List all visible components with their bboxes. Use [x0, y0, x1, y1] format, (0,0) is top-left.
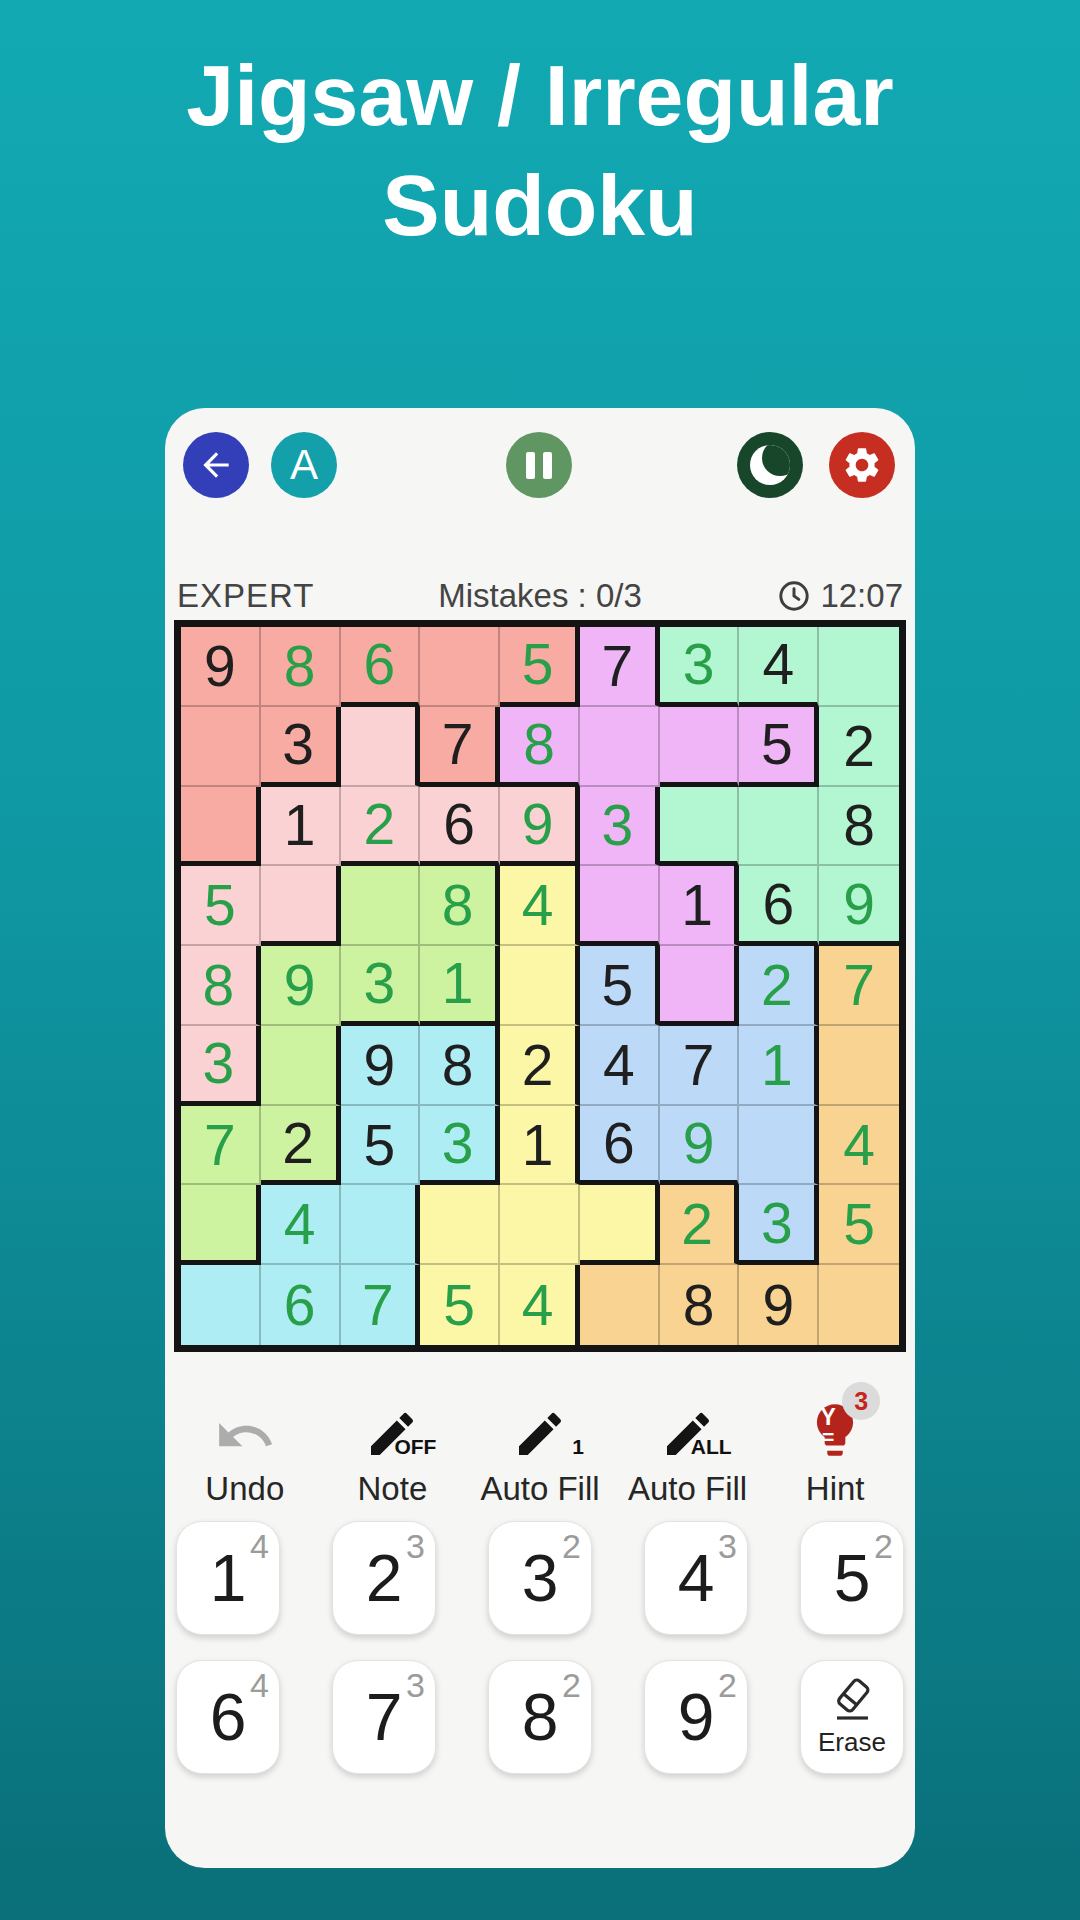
cell-r8c4[interactable]: [420, 1185, 500, 1265]
given-digit: 1: [522, 1112, 554, 1178]
given-digit: 2: [843, 713, 875, 779]
dark-mode-button[interactable]: [737, 432, 803, 498]
undo-button[interactable]: Undo: [171, 1396, 319, 1508]
numkey-7[interactable]: 73: [332, 1660, 436, 1774]
number-pad: 142332435264738292Erase: [176, 1521, 904, 1774]
note-toggle-button[interactable]: OFF Note: [319, 1396, 467, 1508]
cell-r2c4[interactable]: 7: [420, 707, 500, 787]
clock-icon: [777, 579, 811, 613]
entered-digit: 3: [442, 1110, 474, 1176]
given-digit: 5: [364, 1112, 396, 1178]
cell-r2c2[interactable]: 3: [261, 707, 341, 787]
screen: Jigsaw / Irregular Sudoku A: [0, 0, 1080, 1920]
back-button[interactable]: [183, 432, 249, 498]
app-title: Jigsaw / Irregular Sudoku: [0, 40, 1080, 260]
cell-r3c9[interactable]: 8: [819, 787, 899, 867]
given-digit: 4: [762, 631, 794, 697]
cell-r5c8[interactable]: 2: [739, 946, 819, 1026]
gear-icon: [841, 444, 883, 486]
autofill-all-button[interactable]: ALL Auto Fill: [614, 1396, 762, 1508]
given-digit: 2: [282, 1110, 314, 1176]
note-state-label: OFF: [394, 1435, 436, 1459]
cell-r7c5[interactable]: 1: [500, 1106, 580, 1186]
entered-digit: 9: [843, 871, 875, 937]
given-digit: 9: [204, 633, 236, 699]
entered-digit: 6: [364, 631, 396, 697]
cell-r4c1[interactable]: 5: [181, 866, 261, 946]
numkey-remaining-count: 2: [562, 1527, 581, 1566]
entered-digit: 5: [204, 872, 236, 938]
app-title-line1: Jigsaw / Irregular: [0, 40, 1080, 150]
numkey-3[interactable]: 32: [488, 1521, 592, 1635]
cell-r9c7[interactable]: 8: [660, 1265, 740, 1345]
back-arrow-icon: [197, 446, 235, 484]
numpad-row: 1423324352: [176, 1521, 904, 1635]
cell-r7c2[interactable]: 2: [261, 1106, 341, 1186]
cell-r5c4[interactable]: 1: [420, 946, 500, 1026]
undo-icon: [214, 1410, 276, 1462]
cell-r1c6[interactable]: 7: [580, 627, 660, 707]
cell-r9c4[interactable]: 5: [420, 1265, 500, 1345]
undo-label: Undo: [205, 1470, 284, 1508]
status-bar: EXPERT Mistakes : 0/3 12:07: [177, 574, 903, 618]
cell-r6c7[interactable]: 7: [660, 1026, 740, 1106]
cell-r7c9[interactable]: 4: [819, 1106, 899, 1186]
cell-r1c4[interactable]: [420, 627, 500, 707]
entered-digit: 8: [203, 952, 235, 1018]
moon-icon: [750, 445, 790, 485]
topbar: A: [183, 432, 895, 500]
cell-r7c6[interactable]: 6: [580, 1106, 660, 1186]
cell-r9c2[interactable]: 6: [261, 1265, 341, 1345]
numkey-remaining-count: 2: [718, 1666, 737, 1705]
numkey-8[interactable]: 82: [488, 1660, 592, 1774]
cell-r7c8[interactable]: [739, 1106, 819, 1186]
cell-r6c3[interactable]: 9: [341, 1026, 421, 1106]
numkey-4[interactable]: 43: [644, 1521, 748, 1635]
entered-digit: 5: [443, 1272, 475, 1338]
cell-r2c6[interactable]: [580, 707, 660, 787]
letter-a-button[interactable]: A: [271, 432, 337, 498]
cell-r1c5[interactable]: 5: [500, 627, 580, 707]
entered-digit: 8: [284, 633, 316, 699]
given-digit: 5: [601, 952, 633, 1018]
cell-r9c5[interactable]: 4: [500, 1265, 580, 1345]
cell-r7c3[interactable]: 5: [341, 1106, 421, 1186]
numkey-remaining-count: 3: [406, 1527, 425, 1566]
given-digit: 6: [762, 871, 794, 937]
cell-r2c9[interactable]: 2: [819, 707, 899, 787]
given-digit: 7: [442, 711, 474, 777]
cell-r2c7[interactable]: [660, 707, 740, 787]
entered-digit: 2: [681, 1191, 713, 1257]
cell-r1c9[interactable]: [819, 627, 899, 707]
entered-digit: 3: [683, 631, 715, 697]
cell-r3c7[interactable]: [660, 787, 740, 867]
given-digit: 1: [681, 872, 713, 938]
cell-r9c3[interactable]: 7: [341, 1265, 421, 1345]
autofill-one-label: Auto Fill: [480, 1470, 599, 1508]
cell-r1c3[interactable]: 6: [341, 627, 421, 707]
letter-a-label: A: [290, 441, 318, 489]
numkey-digit: 3: [522, 1540, 559, 1616]
cell-r9c9[interactable]: [819, 1265, 899, 1345]
erase-button[interactable]: Erase: [800, 1660, 904, 1774]
autofill-all-sub: ALL: [691, 1435, 732, 1459]
numkey-digit: 4: [678, 1540, 715, 1616]
entered-digit: 4: [284, 1191, 316, 1257]
cell-r9c6[interactable]: [580, 1265, 660, 1345]
cell-r1c8[interactable]: 4: [739, 627, 819, 707]
given-digit: 6: [443, 791, 475, 857]
numkey-remaining-count: 3: [406, 1666, 425, 1705]
given-digit: 1: [284, 792, 316, 858]
numkey-1[interactable]: 14: [176, 1521, 280, 1635]
numkey-remaining-count: 3: [718, 1527, 737, 1566]
entered-digit: 9: [284, 952, 316, 1018]
cell-r4c3[interactable]: [341, 866, 421, 946]
note-label: Note: [358, 1470, 428, 1508]
cell-r1c2[interactable]: 8: [261, 627, 341, 707]
entered-digit: 4: [522, 1272, 554, 1338]
autofill-one-sub: 1: [572, 1435, 584, 1459]
cell-r3c1[interactable]: [181, 787, 261, 867]
cell-r3c8[interactable]: [739, 787, 819, 867]
entered-digit: 3: [203, 1030, 235, 1096]
given-digit: 8: [843, 792, 875, 858]
cell-r6c8[interactable]: 1: [739, 1026, 819, 1106]
entered-digit: 3: [601, 792, 633, 858]
numkey-digit: 7: [366, 1679, 403, 1755]
timer-label: 12:07: [820, 577, 903, 615]
cell-r8c5[interactable]: [500, 1185, 580, 1265]
entered-digit: 4: [522, 872, 554, 938]
cell-r6c6[interactable]: 4: [580, 1026, 660, 1106]
cell-r5c9[interactable]: 7: [819, 946, 899, 1026]
cell-r6c4[interactable]: 8: [420, 1026, 500, 1106]
numkey-digit: 5: [834, 1540, 871, 1616]
sudoku-board: 9865734378521269385841698931527398247172…: [174, 620, 906, 1352]
cell-r8c9[interactable]: 5: [819, 1185, 899, 1265]
autofill-one-button[interactable]: 1 Auto Fill: [466, 1396, 614, 1508]
entered-digit: 8: [442, 872, 474, 938]
entered-digit: 1: [442, 950, 474, 1016]
toolbar: Undo OFF Note 1 Auto Fill: [171, 1396, 909, 1508]
entered-digit: 2: [364, 791, 396, 857]
cell-r6c1[interactable]: 3: [181, 1026, 261, 1106]
entered-digit: 5: [522, 631, 554, 697]
given-digit: 6: [603, 1110, 635, 1176]
cell-r6c9[interactable]: [819, 1026, 899, 1106]
numkey-digit: 6: [210, 1679, 247, 1755]
cell-r5c3[interactable]: 3: [341, 946, 421, 1026]
cell-r7c7[interactable]: 9: [660, 1106, 740, 1186]
cell-r9c8[interactable]: 9: [739, 1265, 819, 1345]
hint-count-badge: 3: [842, 1382, 880, 1420]
cell-r5c6[interactable]: 5: [580, 946, 660, 1026]
cell-r2c1[interactable]: [181, 707, 261, 787]
pause-icon: [526, 452, 552, 479]
numkey-5[interactable]: 52: [800, 1521, 904, 1635]
numkey-digit: 8: [522, 1679, 559, 1755]
cell-r3c2[interactable]: 1: [261, 787, 341, 867]
entered-digit: 3: [364, 950, 396, 1016]
given-digit: 8: [442, 1032, 474, 1098]
entered-digit: 4: [843, 1112, 875, 1178]
cell-r4c9[interactable]: 9: [819, 866, 899, 946]
cell-r7c1[interactable]: 7: [181, 1106, 261, 1186]
cell-r4c6[interactable]: [580, 866, 660, 946]
game-card: A EXPERT Mistakes : 0/3 12:07: [165, 408, 915, 1868]
cell-r5c7[interactable]: [660, 946, 740, 1026]
numkey-remaining-count: 2: [562, 1666, 581, 1705]
entered-digit: 9: [683, 1110, 715, 1176]
given-digit: 9: [762, 1272, 794, 1338]
cell-r5c1[interactable]: 8: [181, 946, 261, 1026]
given-digit: 5: [761, 711, 793, 777]
cell-r8c8[interactable]: 3: [739, 1185, 819, 1265]
erase-label: Erase: [818, 1727, 886, 1758]
numkey-digit: 9: [678, 1679, 715, 1755]
autofill-all-label: Auto Fill: [628, 1470, 747, 1508]
settings-button[interactable]: [829, 432, 895, 498]
given-digit: 4: [603, 1032, 635, 1098]
given-digit: 3: [282, 711, 314, 777]
cell-r2c5[interactable]: 8: [500, 707, 580, 787]
cell-r4c8[interactable]: 6: [739, 866, 819, 946]
cell-r4c4[interactable]: 8: [420, 866, 500, 946]
numpad-row: 64738292Erase: [176, 1660, 904, 1774]
cell-r9c1[interactable]: [181, 1265, 261, 1345]
given-digit: 8: [683, 1272, 715, 1338]
entered-digit: 2: [761, 952, 793, 1018]
entered-digit: 9: [522, 791, 554, 857]
given-digit: 7: [601, 633, 633, 699]
app-title-line2: Sudoku: [0, 150, 1080, 260]
hint-label: Hint: [806, 1470, 865, 1508]
given-digit: 2: [522, 1032, 554, 1098]
entered-digit: 6: [284, 1272, 316, 1338]
cell-r3c4[interactable]: 6: [420, 787, 500, 867]
entered-digit: 7: [843, 952, 875, 1018]
cell-r4c7[interactable]: 1: [660, 866, 740, 946]
cell-r3c6[interactable]: 3: [580, 787, 660, 867]
cell-r3c3[interactable]: 2: [341, 787, 421, 867]
cell-r1c7[interactable]: 3: [660, 627, 740, 707]
entered-digit: 7: [204, 1112, 236, 1178]
numkey-6[interactable]: 64: [176, 1660, 280, 1774]
cell-r8c7[interactable]: 2: [660, 1185, 740, 1265]
given-digit: 7: [683, 1032, 715, 1098]
numkey-digit: 1: [210, 1540, 247, 1616]
cell-r8c2[interactable]: 4: [261, 1185, 341, 1265]
cell-r3c5[interactable]: 9: [500, 787, 580, 867]
entered-digit: 8: [523, 711, 555, 777]
numkey-remaining-count: 4: [250, 1666, 269, 1705]
numkey-digit: 2: [366, 1540, 403, 1616]
cell-r5c2[interactable]: 9: [261, 946, 341, 1026]
entered-digit: 3: [761, 1190, 793, 1256]
numkey-2[interactable]: 23: [332, 1521, 436, 1635]
pause-button[interactable]: [506, 432, 572, 498]
cell-r1c1[interactable]: 9: [181, 627, 261, 707]
entered-digit: 5: [843, 1191, 875, 1257]
cell-r8c6[interactable]: [580, 1185, 660, 1265]
cell-r6c5[interactable]: 2: [500, 1026, 580, 1106]
eraser-icon: [828, 1677, 876, 1725]
hint-button[interactable]: Y = 3 Hint: [761, 1396, 909, 1508]
given-digit: 9: [364, 1032, 396, 1098]
cell-r7c4[interactable]: 3: [420, 1106, 500, 1186]
cell-r5c5[interactable]: [500, 946, 580, 1026]
pencil-icon: [512, 1406, 568, 1462]
cell-r8c3[interactable]: [341, 1185, 421, 1265]
entered-digit: 7: [362, 1272, 394, 1338]
cell-r6c2[interactable]: [261, 1026, 341, 1106]
cell-r2c3[interactable]: [341, 707, 421, 787]
entered-digit: 1: [761, 1032, 793, 1098]
cell-r2c8[interactable]: 5: [739, 707, 819, 787]
cell-r4c5[interactable]: 4: [500, 866, 580, 946]
cell-r4c2[interactable]: [261, 866, 341, 946]
numkey-remaining-count: 4: [250, 1527, 269, 1566]
numkey-remaining-count: 2: [874, 1527, 893, 1566]
numkey-9[interactable]: 92: [644, 1660, 748, 1774]
cell-r8c1[interactable]: [181, 1185, 261, 1265]
